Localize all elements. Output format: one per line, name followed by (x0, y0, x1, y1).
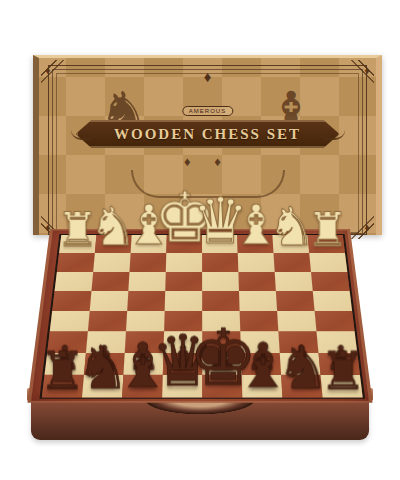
square-b1: ♞ (272, 235, 309, 253)
square-b3 (275, 272, 313, 291)
product-photo: ♦ ♦ ♦ ♦ ♦ ♞ ♝ AMEROUS WOODEN CHESS SET ♦… (0, 0, 400, 480)
diamond-ornament-icon: ♦ ♦ (184, 154, 231, 169)
title-banner: WOODEN CHESS SET (76, 120, 340, 148)
square-f3 (128, 272, 165, 291)
piece-black-rook-a8: ♜ (319, 345, 366, 398)
square-a1: ♜ (308, 235, 345, 253)
square-b5 (277, 311, 316, 332)
square-g2 (93, 253, 130, 272)
product-title: WOODEN CHESS SET (114, 126, 301, 143)
square-f4 (127, 291, 165, 311)
square-b2 (274, 253, 311, 272)
square-g5 (88, 311, 127, 332)
lid-corner-ornament: ♦ (340, 60, 374, 94)
square-e2 (166, 253, 202, 272)
brand-badge: AMEROUS (182, 106, 233, 116)
square-h4 (52, 291, 91, 311)
chess-board: ♜♞♝♚♛♝♞♜♟♟♟♟♟♟♟♟♜♞♝♛♚♝♞♜ (39, 234, 365, 399)
square-b4 (276, 291, 315, 311)
square-g4 (90, 291, 129, 311)
square-d2 (202, 253, 238, 272)
square-a8: ♜ (321, 375, 363, 398)
square-a5 (315, 311, 355, 332)
scroll-ornament (319, 130, 345, 140)
square-a3 (311, 272, 350, 291)
square-d4 (202, 291, 240, 311)
square-h5 (50, 311, 90, 332)
square-d3 (202, 272, 239, 291)
square-e4 (165, 291, 202, 311)
square-a4 (313, 291, 352, 311)
board-scene: ♜♞♝♚♛♝♞♜♟♟♟♟♟♟♟♟♜♞♝♛♚♝♞♜ (50, 229, 350, 399)
board-frame: ♜♞♝♚♛♝♞♜♟♟♟♟♟♟♟♟♜♞♝♛♚♝♞♜ (27, 229, 372, 403)
square-c4 (239, 291, 277, 311)
square-b8: ♞ (281, 375, 323, 398)
board-front-face (31, 400, 369, 440)
square-g3 (91, 272, 129, 291)
square-e3 (165, 272, 202, 291)
square-h2 (57, 253, 95, 272)
square-c2 (238, 253, 275, 272)
lid-corner-ornament: ♦ (41, 60, 75, 94)
square-a2 (309, 253, 347, 272)
piece-white-rook-a1: ♜ (306, 206, 348, 253)
square-h3 (55, 272, 94, 291)
diamond-ornament-icon: ♦ (204, 68, 212, 85)
square-c3 (238, 272, 275, 291)
square-f2 (129, 253, 166, 272)
